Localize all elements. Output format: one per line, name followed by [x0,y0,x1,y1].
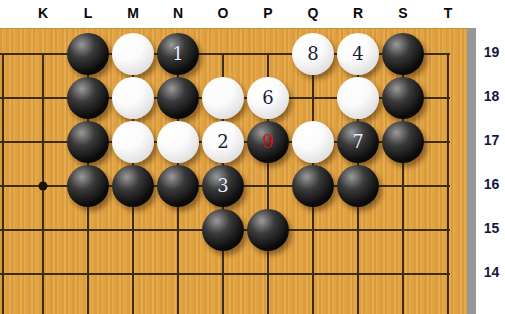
stone-black-o15[interactable] [202,209,244,251]
column-label-N: N [173,5,183,21]
stone-white-r18[interactable] [337,77,379,119]
board-right-shadow [467,28,476,314]
row-label-19: 19 [478,44,505,60]
stone-black-l16[interactable] [67,165,109,207]
stone-black-n16[interactable] [157,165,199,207]
stone-black-m16[interactable] [112,165,154,207]
grid-line [0,273,450,275]
stone-white-q17[interactable] [292,121,334,163]
move-number-6: 6 [262,89,273,107]
stone-black-l18[interactable] [67,77,109,119]
stone-black-l19[interactable] [67,33,109,75]
move-number-2: 2 [217,133,228,151]
grid-line [2,53,4,314]
stone-black-l17[interactable] [67,121,109,163]
move-number-8: 8 [307,45,318,63]
stone-black-p17[interactable]: 9 [247,121,289,163]
column-label-L: L [84,5,93,21]
row-label-16: 16 [478,176,505,192]
grid-line [447,53,449,314]
column-labels-strip: KLMNOPQRST [0,0,505,28]
row-label-15: 15 [478,220,505,236]
column-label-P: P [263,5,272,21]
column-label-S: S [398,5,407,21]
column-label-M: M [127,5,139,21]
stone-white-o18[interactable] [202,77,244,119]
stone-white-o17[interactable]: 2 [202,121,244,163]
move-number-9: 9 [262,133,273,151]
stone-white-p18[interactable]: 6 [247,77,289,119]
row-label-17: 17 [478,132,505,148]
go-board[interactable]: 18462973 [0,28,467,314]
stone-black-q16[interactable] [292,165,334,207]
go-kifu-screenshot: KLMNOPQRST 18462973 191817161514 [0,0,505,314]
stone-black-s17[interactable] [382,121,424,163]
stone-black-o16[interactable]: 3 [202,165,244,207]
stone-white-r19[interactable]: 4 [337,33,379,75]
stone-white-q19[interactable]: 8 [292,33,334,75]
stone-black-r16[interactable] [337,165,379,207]
move-number-1: 1 [172,45,183,63]
row-label-14: 14 [478,264,505,280]
stone-black-s19[interactable] [382,33,424,75]
stone-white-m19[interactable] [112,33,154,75]
column-label-K: K [38,5,48,21]
column-label-T: T [444,5,453,21]
column-label-Q: Q [308,5,319,21]
stone-black-n18[interactable] [157,77,199,119]
stone-white-m18[interactable] [112,77,154,119]
stone-black-s18[interactable] [382,77,424,119]
stone-black-p15[interactable] [247,209,289,251]
stone-white-m17[interactable] [112,121,154,163]
star-point-k16 [39,182,48,191]
row-label-18: 18 [478,88,505,104]
stone-white-n17[interactable] [157,121,199,163]
column-label-R: R [353,5,363,21]
stone-black-n19[interactable]: 1 [157,33,199,75]
stone-black-r17[interactable]: 7 [337,121,379,163]
move-number-3: 3 [217,177,228,195]
move-number-4: 4 [352,45,363,63]
move-number-7: 7 [352,133,363,151]
column-label-O: O [218,5,229,21]
